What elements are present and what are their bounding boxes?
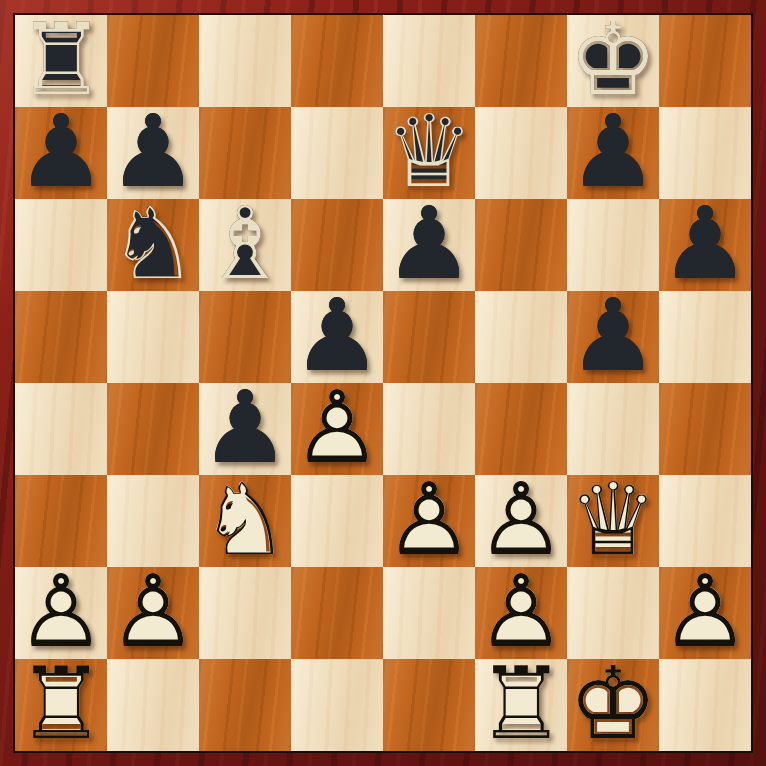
square-h2[interactable]: ♟♙ [659,567,751,659]
black-bishop-outline: ♗ [200,194,290,294]
square-b4[interactable] [107,383,199,475]
square-b5[interactable] [107,291,199,383]
white-pawn-outline: ♙ [292,378,382,478]
square-e5[interactable] [383,291,475,383]
white-knight-outline: ♘ [200,470,290,570]
square-c8[interactable] [199,15,291,107]
square-f5[interactable] [475,291,567,383]
square-d2[interactable] [291,567,383,659]
white-pawn-icon: ♟♙ [291,383,383,475]
square-c6[interactable]: ♝♗ [199,199,291,291]
square-a7[interactable]: ♟♙ [15,107,107,199]
black-knight-outline: ♘ [108,194,198,294]
white-rook-outline: ♖ [476,654,566,754]
white-knight-icon: ♞♘ [199,475,291,567]
square-b1[interactable] [107,659,199,751]
black-pawn-icon: ♟♙ [659,199,751,291]
square-c3[interactable]: ♞♘ [199,475,291,567]
white-rook-outline: ♖ [16,654,106,754]
black-pawn-outline: ♙ [384,194,474,294]
black-pawn-icon: ♟♙ [567,107,659,199]
black-pawn-outline: ♙ [16,102,106,202]
square-e6[interactable]: ♟♙ [383,199,475,291]
square-g7[interactable]: ♟♙ [567,107,659,199]
square-d3[interactable] [291,475,383,567]
square-f1[interactable]: ♜♖ [475,659,567,751]
square-g3[interactable]: ♛♕ [567,475,659,567]
board-frame: ♜♖♚♔♟♙♟♙♛♕♟♙♞♘♝♗♟♙♟♙♟♙♟♙♟♙♟♙♞♘♟♙♟♙♛♕♟♙♟♙… [0,0,766,766]
black-pawn-icon: ♟♙ [15,107,107,199]
square-f6[interactable] [475,199,567,291]
square-a4[interactable] [15,383,107,475]
black-pawn-icon: ♟♙ [567,291,659,383]
square-f7[interactable] [475,107,567,199]
square-a5[interactable] [15,291,107,383]
white-queen-outline: ♕ [568,470,658,570]
white-king-outline: ♔ [568,654,658,754]
square-a1[interactable]: ♜♖ [15,659,107,751]
square-e2[interactable] [383,567,475,659]
white-pawn-outline: ♙ [660,562,750,662]
square-f8[interactable] [475,15,567,107]
black-bishop-icon: ♝♗ [199,199,291,291]
white-pawn-outline: ♙ [108,562,198,662]
white-king-icon: ♚♔ [567,659,659,751]
black-pawn-outline: ♙ [568,286,658,386]
square-h6[interactable]: ♟♙ [659,199,751,291]
square-b6[interactable]: ♞♘ [107,199,199,291]
square-d8[interactable] [291,15,383,107]
white-pawn-outline: ♙ [384,470,474,570]
square-c1[interactable] [199,659,291,751]
black-pawn-icon: ♟♙ [383,199,475,291]
black-pawn-outline: ♙ [568,102,658,202]
square-e3[interactable]: ♟♙ [383,475,475,567]
white-pawn-icon: ♟♙ [107,567,199,659]
black-knight-icon: ♞♘ [107,199,199,291]
square-e1[interactable] [383,659,475,751]
square-h8[interactable] [659,15,751,107]
square-g1[interactable]: ♚♔ [567,659,659,751]
square-h4[interactable] [659,383,751,475]
square-a6[interactable] [15,199,107,291]
square-b2[interactable]: ♟♙ [107,567,199,659]
chess-board: ♜♖♚♔♟♙♟♙♛♕♟♙♞♘♝♗♟♙♟♙♟♙♟♙♟♙♟♙♞♘♟♙♟♙♛♕♟♙♟♙… [13,13,753,753]
square-g5[interactable]: ♟♙ [567,291,659,383]
square-d7[interactable] [291,107,383,199]
square-c2[interactable] [199,567,291,659]
square-d1[interactable] [291,659,383,751]
black-pawn-outline: ♙ [660,194,750,294]
white-pawn-icon: ♟♙ [659,567,751,659]
white-queen-icon: ♛♕ [567,475,659,567]
square-h1[interactable] [659,659,751,751]
white-pawn-icon: ♟♙ [383,475,475,567]
white-rook-icon: ♜♖ [475,659,567,751]
square-h5[interactable] [659,291,751,383]
square-d4[interactable]: ♟♙ [291,383,383,475]
white-rook-icon: ♜♖ [15,659,107,751]
